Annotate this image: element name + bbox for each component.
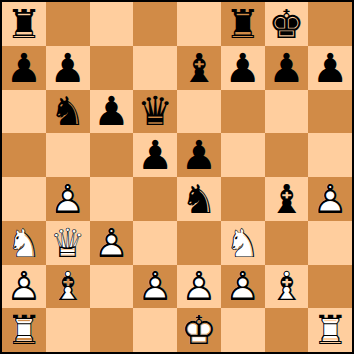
square-g1[interactable] bbox=[265, 308, 309, 352]
square-c2[interactable] bbox=[90, 265, 134, 309]
black-pawn-glyph: ♟ bbox=[308, 46, 352, 90]
black-pawn-glyph: ♟ bbox=[133, 133, 177, 177]
square-c3[interactable]: ♟♙ bbox=[90, 221, 134, 265]
white-rook-outline-glyph: ♖ bbox=[2, 308, 46, 352]
square-e8[interactable] bbox=[177, 2, 221, 46]
square-e4[interactable]: ♞ bbox=[177, 177, 221, 221]
white-pawn-outline-glyph: ♙ bbox=[221, 265, 265, 309]
black-pawn-glyph: ♟ bbox=[2, 46, 46, 90]
square-b5[interactable] bbox=[46, 133, 90, 177]
piece-white-pawn[interactable]: ♟♙ bbox=[2, 265, 46, 309]
black-queen-glyph: ♛ bbox=[133, 90, 177, 134]
piece-white-queen[interactable]: ♛♕ bbox=[46, 221, 90, 265]
square-d6[interactable]: ♛ bbox=[133, 90, 177, 134]
white-pawn-outline-glyph: ♙ bbox=[177, 265, 221, 309]
white-pawn-outline-glyph: ♙ bbox=[133, 265, 177, 309]
square-a6[interactable] bbox=[2, 90, 46, 134]
piece-black-queen[interactable]: ♛ bbox=[133, 90, 177, 134]
square-f7[interactable]: ♟ bbox=[221, 46, 265, 90]
square-g6[interactable] bbox=[265, 90, 309, 134]
square-h7[interactable]: ♟ bbox=[308, 46, 352, 90]
black-knight-glyph: ♞ bbox=[177, 177, 221, 221]
square-e7[interactable]: ♝ bbox=[177, 46, 221, 90]
white-pawn-outline-glyph: ♙ bbox=[2, 265, 46, 309]
piece-black-pawn[interactable]: ♟ bbox=[90, 90, 134, 134]
square-d3[interactable] bbox=[133, 221, 177, 265]
square-a3[interactable]: ♞♘ bbox=[2, 221, 46, 265]
white-bishop-outline-glyph: ♗ bbox=[265, 265, 309, 309]
black-bishop-glyph: ♝ bbox=[177, 46, 221, 90]
square-a2[interactable]: ♟♙ bbox=[2, 265, 46, 309]
piece-white-pawn[interactable]: ♟♙ bbox=[177, 265, 221, 309]
square-f2[interactable]: ♟♙ bbox=[221, 265, 265, 309]
piece-black-pawn[interactable]: ♟ bbox=[177, 133, 221, 177]
square-h4[interactable]: ♟♙ bbox=[308, 177, 352, 221]
black-pawn-glyph: ♟ bbox=[46, 46, 90, 90]
black-pawn-glyph: ♟ bbox=[265, 46, 309, 90]
square-a8[interactable]: ♜ bbox=[2, 2, 46, 46]
square-f4[interactable] bbox=[221, 177, 265, 221]
white-bishop-outline-glyph: ♗ bbox=[46, 265, 90, 309]
square-c5[interactable] bbox=[90, 133, 134, 177]
square-b2[interactable]: ♝♗ bbox=[46, 265, 90, 309]
square-h5[interactable] bbox=[308, 133, 352, 177]
black-knight-glyph: ♞ bbox=[46, 90, 90, 134]
piece-white-knight[interactable]: ♞♘ bbox=[221, 221, 265, 265]
square-h6[interactable] bbox=[308, 90, 352, 134]
black-pawn-glyph: ♟ bbox=[221, 46, 265, 90]
square-f3[interactable]: ♞♘ bbox=[221, 221, 265, 265]
piece-white-pawn[interactable]: ♟♙ bbox=[46, 177, 90, 221]
piece-black-pawn[interactable]: ♟ bbox=[133, 133, 177, 177]
piece-black-bishop[interactable]: ♝ bbox=[177, 46, 221, 90]
piece-white-bishop[interactable]: ♝♗ bbox=[265, 265, 309, 309]
square-h8[interactable] bbox=[308, 2, 352, 46]
piece-white-rook[interactable]: ♜♖ bbox=[2, 308, 46, 352]
piece-black-bishop[interactable]: ♝ bbox=[265, 177, 309, 221]
piece-white-pawn[interactable]: ♟♙ bbox=[308, 177, 352, 221]
square-g5[interactable] bbox=[265, 133, 309, 177]
square-b8[interactable] bbox=[46, 2, 90, 46]
piece-black-pawn[interactable]: ♟ bbox=[221, 46, 265, 90]
white-king-outline-glyph: ♔ bbox=[177, 308, 221, 352]
square-e3[interactable] bbox=[177, 221, 221, 265]
piece-black-pawn[interactable]: ♟ bbox=[308, 46, 352, 90]
square-g7[interactable]: ♟ bbox=[265, 46, 309, 90]
piece-black-knight[interactable]: ♞ bbox=[177, 177, 221, 221]
white-pawn-outline-glyph: ♙ bbox=[90, 221, 134, 265]
piece-black-rook[interactable]: ♜ bbox=[221, 2, 265, 46]
white-queen-outline-glyph: ♕ bbox=[46, 221, 90, 265]
square-f5[interactable] bbox=[221, 133, 265, 177]
white-pawn-outline-glyph: ♙ bbox=[308, 177, 352, 221]
square-e1[interactable]: ♚♔ bbox=[177, 308, 221, 352]
square-a4[interactable] bbox=[2, 177, 46, 221]
square-b1[interactable] bbox=[46, 308, 90, 352]
black-bishop-glyph: ♝ bbox=[265, 177, 309, 221]
square-d2[interactable]: ♟♙ bbox=[133, 265, 177, 309]
square-g8[interactable]: ♚ bbox=[265, 2, 309, 46]
white-knight-outline-glyph: ♘ bbox=[221, 221, 265, 265]
square-c6[interactable]: ♟ bbox=[90, 90, 134, 134]
square-d7[interactable] bbox=[133, 46, 177, 90]
piece-black-pawn[interactable]: ♟ bbox=[265, 46, 309, 90]
square-b4[interactable]: ♟♙ bbox=[46, 177, 90, 221]
square-b6[interactable]: ♞ bbox=[46, 90, 90, 134]
square-a1[interactable]: ♜♖ bbox=[2, 308, 46, 352]
white-pawn-outline-glyph: ♙ bbox=[46, 177, 90, 221]
square-h3[interactable] bbox=[308, 221, 352, 265]
square-h1[interactable]: ♜♖ bbox=[308, 308, 352, 352]
black-rook-glyph: ♜ bbox=[221, 2, 265, 46]
chess-board-frame: ♜♜♚♟♟♝♟♟♟♞♟♛♟♟♟♙♞♝♟♙♞♘♛♕♟♙♞♘♟♙♝♗♟♙♟♙♟♙♝♗… bbox=[0, 0, 354, 354]
square-e2[interactable]: ♟♙ bbox=[177, 265, 221, 309]
square-a5[interactable] bbox=[2, 133, 46, 177]
square-h2[interactable] bbox=[308, 265, 352, 309]
square-d8[interactable] bbox=[133, 2, 177, 46]
square-f8[interactable]: ♜ bbox=[221, 2, 265, 46]
square-d5[interactable]: ♟ bbox=[133, 133, 177, 177]
square-b7[interactable]: ♟ bbox=[46, 46, 90, 90]
square-a7[interactable]: ♟ bbox=[2, 46, 46, 90]
square-g3[interactable] bbox=[265, 221, 309, 265]
black-king-glyph: ♚ bbox=[265, 2, 309, 46]
square-c1[interactable] bbox=[90, 308, 134, 352]
piece-white-pawn[interactable]: ♟♙ bbox=[90, 221, 134, 265]
piece-black-knight[interactable]: ♞ bbox=[46, 90, 90, 134]
black-pawn-glyph: ♟ bbox=[177, 133, 221, 177]
square-c8[interactable] bbox=[90, 2, 134, 46]
square-g2[interactable]: ♝♗ bbox=[265, 265, 309, 309]
square-d1[interactable] bbox=[133, 308, 177, 352]
white-rook-outline-glyph: ♖ bbox=[308, 308, 352, 352]
square-e6[interactable] bbox=[177, 90, 221, 134]
piece-white-bishop[interactable]: ♝♗ bbox=[46, 265, 90, 309]
black-rook-glyph: ♜ bbox=[2, 2, 46, 46]
chess-board: ♜♜♚♟♟♝♟♟♟♞♟♛♟♟♟♙♞♝♟♙♞♘♛♕♟♙♞♘♟♙♝♗♟♙♟♙♟♙♝♗… bbox=[2, 2, 352, 352]
piece-white-knight[interactable]: ♞♘ bbox=[2, 221, 46, 265]
black-pawn-glyph: ♟ bbox=[90, 90, 134, 134]
square-b3[interactable]: ♛♕ bbox=[46, 221, 90, 265]
piece-white-rook[interactable]: ♜♖ bbox=[308, 308, 352, 352]
piece-black-rook[interactable]: ♜ bbox=[2, 2, 46, 46]
piece-white-pawn[interactable]: ♟♙ bbox=[133, 265, 177, 309]
piece-black-pawn[interactable]: ♟ bbox=[46, 46, 90, 90]
piece-black-pawn[interactable]: ♟ bbox=[2, 46, 46, 90]
piece-black-king[interactable]: ♚ bbox=[265, 2, 309, 46]
square-c4[interactable] bbox=[90, 177, 134, 221]
piece-white-pawn[interactable]: ♟♙ bbox=[221, 265, 265, 309]
piece-white-king[interactable]: ♚♔ bbox=[177, 308, 221, 352]
square-d4[interactable] bbox=[133, 177, 177, 221]
square-e5[interactable]: ♟ bbox=[177, 133, 221, 177]
square-g4[interactable]: ♝ bbox=[265, 177, 309, 221]
square-c7[interactable] bbox=[90, 46, 134, 90]
square-f6[interactable] bbox=[221, 90, 265, 134]
white-knight-outline-glyph: ♘ bbox=[2, 221, 46, 265]
square-f1[interactable] bbox=[221, 308, 265, 352]
